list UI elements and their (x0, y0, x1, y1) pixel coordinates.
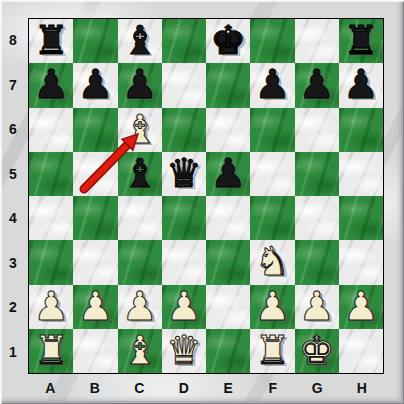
piece-black-king[interactable]: ♚ (210, 20, 246, 60)
piece-black-pawn[interactable]: ♟ (299, 64, 335, 104)
square-b1[interactable] (73, 329, 117, 373)
piece-white-pawn[interactable]: ♟ (122, 286, 158, 326)
square-a2[interactable]: ♟ (29, 285, 73, 329)
square-d7[interactable] (162, 63, 206, 107)
file-label-d: D (162, 376, 207, 400)
square-b4[interactable] (73, 196, 117, 240)
piece-white-bishop[interactable]: ♝ (122, 109, 158, 149)
square-g2[interactable]: ♟ (295, 285, 339, 329)
square-a4[interactable] (29, 196, 73, 240)
square-g3[interactable] (295, 240, 339, 284)
piece-black-pawn[interactable]: ♟ (122, 64, 158, 104)
rank-labels: 87654321 (0, 18, 26, 374)
square-f2[interactable]: ♟ (250, 285, 294, 329)
piece-white-king[interactable]: ♚ (299, 330, 335, 370)
square-d8[interactable] (162, 19, 206, 63)
rank-label-1: 1 (0, 330, 26, 375)
rank-label-2: 2 (0, 285, 26, 330)
square-d4[interactable] (162, 196, 206, 240)
file-label-a: A (28, 376, 73, 400)
piece-black-rook[interactable]: ♜ (343, 20, 379, 60)
square-c6[interactable]: ♝ (118, 108, 162, 152)
square-c4[interactable] (118, 196, 162, 240)
square-f8[interactable] (250, 19, 294, 63)
square-h8[interactable]: ♜ (339, 19, 383, 63)
file-label-h: H (340, 376, 385, 400)
piece-black-pawn[interactable]: ♟ (254, 64, 290, 104)
square-c8[interactable]: ♝ (118, 19, 162, 63)
piece-white-pawn[interactable]: ♟ (33, 286, 69, 326)
square-d5[interactable]: ♛ (162, 152, 206, 196)
square-a3[interactable] (29, 240, 73, 284)
piece-white-pawn[interactable]: ♟ (166, 286, 202, 326)
square-b6[interactable] (73, 108, 117, 152)
square-e5[interactable]: ♟ (206, 152, 250, 196)
square-d2[interactable]: ♟ (162, 285, 206, 329)
rank-label-7: 7 (0, 63, 26, 108)
piece-white-pawn[interactable]: ♟ (299, 286, 335, 326)
piece-white-bishop[interactable]: ♝ (122, 330, 158, 370)
square-a6[interactable] (29, 108, 73, 152)
square-g5[interactable] (295, 152, 339, 196)
piece-white-pawn[interactable]: ♟ (254, 286, 290, 326)
piece-white-pawn[interactable]: ♟ (343, 286, 379, 326)
piece-black-bishop[interactable]: ♝ (122, 20, 158, 60)
square-g7[interactable]: ♟ (295, 63, 339, 107)
square-g1[interactable]: ♚ (295, 329, 339, 373)
square-a8[interactable]: ♜ (29, 19, 73, 63)
rank-label-3: 3 (0, 241, 26, 286)
square-f4[interactable] (250, 196, 294, 240)
piece-black-pawn[interactable]: ♟ (77, 64, 113, 104)
piece-black-bishop[interactable]: ♝ (122, 153, 158, 193)
rank-label-5: 5 (0, 152, 26, 197)
piece-white-queen[interactable]: ♛ (166, 330, 202, 370)
file-labels: ABCDEFGH (28, 376, 384, 400)
piece-white-pawn[interactable]: ♟ (77, 286, 113, 326)
piece-white-rook[interactable]: ♜ (254, 330, 290, 370)
file-label-b: B (73, 376, 118, 400)
square-e3[interactable] (206, 240, 250, 284)
square-f7[interactable]: ♟ (250, 63, 294, 107)
board-frame: 87654321 ♜♝♚♜♟♟♟♟♟♟♝♝♛♟♞♟♟♟♟♟♟♟♜♝♛♜♚ ABC… (0, 0, 404, 404)
file-label-f: F (251, 376, 296, 400)
rank-label-6: 6 (0, 107, 26, 152)
square-b5[interactable] (73, 152, 117, 196)
square-e4[interactable] (206, 196, 250, 240)
square-a5[interactable] (29, 152, 73, 196)
file-label-c: C (117, 376, 162, 400)
piece-black-pawn[interactable]: ♟ (343, 64, 379, 104)
square-f6[interactable] (250, 108, 294, 152)
square-h7[interactable]: ♟ (339, 63, 383, 107)
square-a7[interactable]: ♟ (29, 63, 73, 107)
square-h1[interactable] (339, 329, 383, 373)
square-h5[interactable] (339, 152, 383, 196)
file-label-g: G (295, 376, 340, 400)
square-g8[interactable] (295, 19, 339, 63)
square-e8[interactable]: ♚ (206, 19, 250, 63)
square-d1[interactable]: ♛ (162, 329, 206, 373)
square-h3[interactable] (339, 240, 383, 284)
square-c7[interactable]: ♟ (118, 63, 162, 107)
square-c2[interactable]: ♟ (118, 285, 162, 329)
square-c5[interactable]: ♝ (118, 152, 162, 196)
square-f1[interactable]: ♜ (250, 329, 294, 373)
square-h2[interactable]: ♟ (339, 285, 383, 329)
square-h6[interactable] (339, 108, 383, 152)
piece-white-rook[interactable]: ♜ (33, 330, 69, 370)
piece-black-rook[interactable]: ♜ (33, 20, 69, 60)
square-e6[interactable] (206, 108, 250, 152)
file-label-e: E (206, 376, 251, 400)
square-g6[interactable] (295, 108, 339, 152)
square-h4[interactable] (339, 196, 383, 240)
rank-label-4: 4 (0, 196, 26, 241)
square-b7[interactable]: ♟ (73, 63, 117, 107)
piece-black-pawn[interactable]: ♟ (33, 64, 69, 104)
square-e7[interactable] (206, 63, 250, 107)
square-e1[interactable] (206, 329, 250, 373)
rank-label-8: 8 (0, 18, 26, 63)
board[interactable]: ♜♝♚♜♟♟♟♟♟♟♝♝♛♟♞♟♟♟♟♟♟♟♜♝♛♜♚ (28, 18, 384, 374)
square-b8[interactable] (73, 19, 117, 63)
square-c3[interactable] (118, 240, 162, 284)
square-f5[interactable] (250, 152, 294, 196)
piece-white-knight[interactable]: ♞ (254, 241, 290, 281)
square-f3[interactable]: ♞ (250, 240, 294, 284)
square-d6[interactable] (162, 108, 206, 152)
piece-black-queen[interactable]: ♛ (166, 153, 202, 193)
square-c1[interactable]: ♝ (118, 329, 162, 373)
square-b3[interactable] (73, 240, 117, 284)
square-a1[interactable]: ♜ (29, 329, 73, 373)
square-g4[interactable] (295, 196, 339, 240)
square-d3[interactable] (162, 240, 206, 284)
square-e2[interactable] (206, 285, 250, 329)
piece-black-pawn[interactable]: ♟ (210, 153, 246, 193)
square-b2[interactable]: ♟ (73, 285, 117, 329)
